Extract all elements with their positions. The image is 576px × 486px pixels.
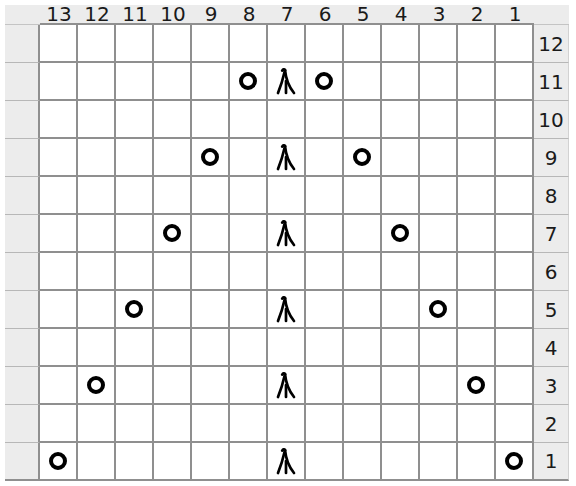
- stitch-cell[interactable]: [154, 139, 192, 177]
- stitch-cell[interactable]: [420, 101, 458, 139]
- stitch-cell[interactable]: [154, 367, 192, 405]
- stitch-cell[interactable]: [496, 215, 534, 253]
- stitch-cell[interactable]: [420, 291, 458, 329]
- yarn-over-symbol: [467, 376, 485, 394]
- stitch-cell[interactable]: [420, 63, 458, 101]
- stitch-cell[interactable]: [306, 405, 344, 443]
- stitch-cell[interactable]: [230, 291, 268, 329]
- stitch-cell[interactable]: [382, 63, 420, 101]
- stitch-cell[interactable]: [230, 101, 268, 139]
- stitch-cell[interactable]: [268, 405, 306, 443]
- left-margin-cell: [5, 63, 40, 101]
- row-label: 2: [534, 405, 569, 443]
- stitch-cell[interactable]: [344, 177, 382, 215]
- row-label: 10: [534, 101, 569, 139]
- stitch-cell[interactable]: [40, 405, 78, 443]
- stitch-cell[interactable]: [344, 443, 382, 481]
- stitch-cell[interactable]: [382, 215, 420, 253]
- stitch-cell[interactable]: [268, 25, 306, 63]
- stitch-cell[interactable]: [306, 139, 344, 177]
- left-margin-cell: [5, 405, 40, 443]
- stitch-cell[interactable]: [458, 291, 496, 329]
- stitch-cell[interactable]: [420, 443, 458, 481]
- stitch-cell[interactable]: [344, 329, 382, 367]
- yarn-over-symbol: [429, 300, 447, 318]
- stitch-cell[interactable]: [306, 291, 344, 329]
- stitch-cell[interactable]: [192, 25, 230, 63]
- stitch-cell[interactable]: [306, 177, 344, 215]
- stitch-cell[interactable]: [40, 329, 78, 367]
- yarn-over-symbol: [163, 224, 181, 242]
- stitch-cell[interactable]: [192, 253, 230, 291]
- stitch-cell[interactable]: [116, 329, 154, 367]
- stitch-cell[interactable]: [306, 101, 344, 139]
- left-margin-cell: [5, 253, 40, 291]
- yarn-over-symbol: [87, 376, 105, 394]
- stitch-cell[interactable]: [40, 101, 78, 139]
- stitch-cell[interactable]: [116, 215, 154, 253]
- stitch-cell[interactable]: [230, 253, 268, 291]
- stitch-cell[interactable]: [458, 139, 496, 177]
- stitch-cell[interactable]: [306, 215, 344, 253]
- stitch-cell[interactable]: [192, 139, 230, 177]
- column-label: 12: [78, 5, 116, 25]
- centered-double-decrease-symbol: [275, 372, 297, 399]
- stitch-cell[interactable]: [420, 177, 458, 215]
- stitch-cell[interactable]: [192, 215, 230, 253]
- stitch-cell[interactable]: [40, 253, 78, 291]
- stitch-cell[interactable]: [78, 329, 116, 367]
- stitch-cell[interactable]: [306, 329, 344, 367]
- stitch-cell[interactable]: [154, 25, 192, 63]
- stitch-cell[interactable]: [496, 177, 534, 215]
- stitch-cell[interactable]: [420, 25, 458, 63]
- stitch-cell[interactable]: [192, 291, 230, 329]
- stitch-cell[interactable]: [116, 405, 154, 443]
- stitch-cell[interactable]: [268, 443, 306, 481]
- stitch-cell[interactable]: [458, 329, 496, 367]
- stitch-cell[interactable]: [230, 215, 268, 253]
- yarn-over-symbol: [239, 72, 257, 90]
- column-label: 9: [192, 5, 230, 25]
- row-label: 12: [534, 25, 569, 63]
- stitch-cell[interactable]: [78, 291, 116, 329]
- stitch-cell[interactable]: [40, 291, 78, 329]
- stitch-cell[interactable]: [268, 101, 306, 139]
- stitch-cell[interactable]: [420, 367, 458, 405]
- stitch-cell[interactable]: [496, 405, 534, 443]
- yarn-over-symbol: [49, 452, 67, 470]
- stitch-cell[interactable]: [306, 63, 344, 101]
- stitch-cell[interactable]: [306, 367, 344, 405]
- stitch-cell[interactable]: [496, 367, 534, 405]
- stitch-cell[interactable]: [268, 253, 306, 291]
- stitch-cell[interactable]: [382, 101, 420, 139]
- row-label: 5: [534, 291, 569, 329]
- row-label: 11: [534, 63, 569, 101]
- stitch-cell[interactable]: [230, 405, 268, 443]
- stitch-cell[interactable]: [382, 177, 420, 215]
- stitch-cell[interactable]: [40, 215, 78, 253]
- column-label: 10: [154, 5, 192, 25]
- stitch-cell[interactable]: [344, 291, 382, 329]
- stitch-cell[interactable]: [116, 63, 154, 101]
- centered-double-decrease-symbol: [275, 296, 297, 323]
- stitch-cell[interactable]: [78, 215, 116, 253]
- stitch-cell[interactable]: [382, 253, 420, 291]
- row-label: 3: [534, 367, 569, 405]
- stitch-cell[interactable]: [78, 25, 116, 63]
- column-label: 2: [458, 5, 496, 25]
- stitch-cell[interactable]: [192, 367, 230, 405]
- stitch-cell[interactable]: [458, 215, 496, 253]
- stitch-cell[interactable]: [40, 177, 78, 215]
- stitch-cell[interactable]: [344, 405, 382, 443]
- stitch-cell[interactable]: [230, 177, 268, 215]
- stitch-cell[interactable]: [154, 253, 192, 291]
- corner-cell: [534, 5, 569, 25]
- row-label: 6: [534, 253, 569, 291]
- stitch-cell[interactable]: [344, 139, 382, 177]
- stitch-cell[interactable]: [78, 367, 116, 405]
- row-label: 7: [534, 215, 569, 253]
- stitch-cell[interactable]: [458, 101, 496, 139]
- stitch-cell[interactable]: [268, 367, 306, 405]
- stitch-cell[interactable]: [344, 101, 382, 139]
- stitch-cell[interactable]: [230, 367, 268, 405]
- stitch-cell[interactable]: [154, 443, 192, 481]
- stitch-cell[interactable]: [116, 367, 154, 405]
- yarn-over-symbol: [315, 72, 333, 90]
- yarn-over-symbol: [505, 452, 523, 470]
- stitch-cell[interactable]: [192, 63, 230, 101]
- stitch-cell[interactable]: [230, 25, 268, 63]
- stitch-cell[interactable]: [78, 177, 116, 215]
- stitch-cell[interactable]: [306, 253, 344, 291]
- stitch-cell[interactable]: [496, 291, 534, 329]
- stitch-cell[interactable]: [154, 215, 192, 253]
- left-margin-cell: [5, 139, 40, 177]
- left-margin-cell: [5, 443, 40, 481]
- stitch-cell[interactable]: [268, 63, 306, 101]
- yarn-over-symbol: [391, 224, 409, 242]
- row-label: 1: [534, 443, 569, 481]
- stitch-cell[interactable]: [458, 405, 496, 443]
- left-margin-cell: [5, 291, 40, 329]
- stitch-cell[interactable]: [306, 443, 344, 481]
- stitch-cell[interactable]: [496, 63, 534, 101]
- centered-double-decrease-symbol: [275, 448, 297, 475]
- column-label: 8: [230, 5, 268, 25]
- stitch-cell[interactable]: [420, 329, 458, 367]
- stitch-cell[interactable]: [420, 253, 458, 291]
- left-margin-cell: [5, 101, 40, 139]
- stitch-cell[interactable]: [192, 177, 230, 215]
- stitch-cell[interactable]: [268, 139, 306, 177]
- stitch-cell[interactable]: [230, 443, 268, 481]
- stitch-cell[interactable]: [496, 139, 534, 177]
- row-label: 4: [534, 329, 569, 367]
- column-label: 5: [344, 5, 382, 25]
- column-label: 4: [382, 5, 420, 25]
- yarn-over-symbol: [353, 148, 371, 166]
- stitch-cell[interactable]: [116, 443, 154, 481]
- stitch-cell[interactable]: [496, 25, 534, 63]
- left-margin-cell: [5, 329, 40, 367]
- stitch-cell[interactable]: [154, 63, 192, 101]
- stitch-cell[interactable]: [458, 367, 496, 405]
- yarn-over-symbol: [125, 300, 143, 318]
- stitch-cell[interactable]: [382, 139, 420, 177]
- stitch-cell[interactable]: [40, 443, 78, 481]
- column-label: 3: [420, 5, 458, 25]
- column-label: 1: [496, 5, 534, 25]
- stitch-cell[interactable]: [268, 177, 306, 215]
- stitch-cell[interactable]: [154, 405, 192, 443]
- stitch-cell[interactable]: [40, 63, 78, 101]
- stitch-cell[interactable]: [496, 101, 534, 139]
- stitch-cell[interactable]: [154, 177, 192, 215]
- knitting-chart: 13121110987654321121110987654321: [5, 5, 569, 481]
- column-label: 7: [268, 5, 306, 25]
- stitch-cell[interactable]: [458, 177, 496, 215]
- left-margin-cell: [5, 367, 40, 405]
- stitch-cell[interactable]: [382, 329, 420, 367]
- stitch-cell[interactable]: [344, 253, 382, 291]
- column-label: 11: [116, 5, 154, 25]
- stitch-cell[interactable]: [382, 291, 420, 329]
- stitch-cell[interactable]: [344, 367, 382, 405]
- stitch-cell[interactable]: [78, 139, 116, 177]
- centered-double-decrease-symbol: [275, 68, 297, 95]
- yarn-over-symbol: [201, 148, 219, 166]
- stitch-cell[interactable]: [40, 367, 78, 405]
- stitch-cell[interactable]: [382, 443, 420, 481]
- stitch-cell[interactable]: [496, 329, 534, 367]
- stitch-cell[interactable]: [344, 63, 382, 101]
- stitch-cell[interactable]: [192, 443, 230, 481]
- stitch-cell[interactable]: [40, 139, 78, 177]
- centered-double-decrease-symbol: [275, 144, 297, 171]
- stitch-cell[interactable]: [116, 253, 154, 291]
- stitch-cell[interactable]: [268, 291, 306, 329]
- stitch-cell[interactable]: [382, 25, 420, 63]
- stitch-cell[interactable]: [344, 215, 382, 253]
- stitch-cell[interactable]: [230, 63, 268, 101]
- stitch-cell[interactable]: [154, 101, 192, 139]
- stitch-cell[interactable]: [230, 139, 268, 177]
- stitch-cell[interactable]: [116, 139, 154, 177]
- stitch-cell[interactable]: [496, 443, 534, 481]
- column-label: 6: [306, 5, 344, 25]
- stitch-cell[interactable]: [420, 405, 458, 443]
- stitch-cell[interactable]: [382, 405, 420, 443]
- stitch-cell[interactable]: [344, 25, 382, 63]
- stitch-cell[interactable]: [192, 329, 230, 367]
- stitch-cell[interactable]: [78, 63, 116, 101]
- stitch-cell[interactable]: [458, 253, 496, 291]
- stitch-cell[interactable]: [78, 443, 116, 481]
- stitch-cell[interactable]: [192, 101, 230, 139]
- stitch-cell[interactable]: [154, 329, 192, 367]
- stitch-cell[interactable]: [458, 63, 496, 101]
- stitch-cell[interactable]: [268, 215, 306, 253]
- column-label: 13: [40, 5, 78, 25]
- stitch-cell[interactable]: [116, 101, 154, 139]
- stitch-cell[interactable]: [116, 291, 154, 329]
- stitch-cell[interactable]: [420, 139, 458, 177]
- stitch-cell[interactable]: [268, 329, 306, 367]
- stitch-cell[interactable]: [78, 405, 116, 443]
- stitch-cell[interactable]: [116, 25, 154, 63]
- stitch-cell[interactable]: [230, 329, 268, 367]
- stitch-cell[interactable]: [116, 177, 154, 215]
- row-label: 8: [534, 177, 569, 215]
- left-margin-cell: [5, 25, 40, 63]
- left-margin-cell: [5, 177, 40, 215]
- centered-double-decrease-symbol: [275, 220, 297, 247]
- stitch-cell[interactable]: [306, 25, 344, 63]
- corner-cell: [5, 5, 40, 25]
- stitch-cell[interactable]: [154, 291, 192, 329]
- stitch-cell[interactable]: [458, 25, 496, 63]
- stitch-cell[interactable]: [420, 215, 458, 253]
- stitch-cell[interactable]: [78, 253, 116, 291]
- stitch-cell[interactable]: [496, 253, 534, 291]
- stitch-cell[interactable]: [382, 367, 420, 405]
- left-margin-cell: [5, 215, 40, 253]
- stitch-cell[interactable]: [458, 443, 496, 481]
- stitch-cell[interactable]: [40, 25, 78, 63]
- stitch-cell[interactable]: [78, 101, 116, 139]
- stitch-cell[interactable]: [192, 405, 230, 443]
- row-label: 9: [534, 139, 569, 177]
